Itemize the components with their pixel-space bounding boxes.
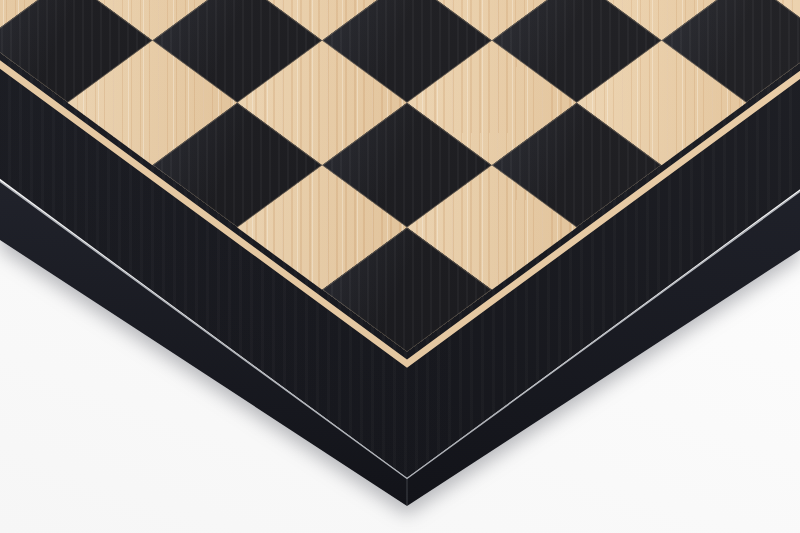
product-photo-backdrop: [0, 0, 800, 533]
